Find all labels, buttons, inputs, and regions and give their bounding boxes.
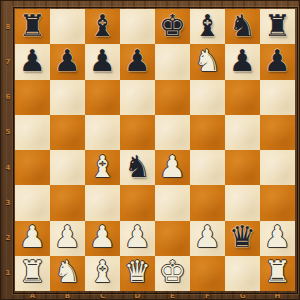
rank-label: 7: [6, 58, 11, 66]
rank-labels: 87654321: [1, 9, 15, 291]
square-e2[interactable]: [155, 221, 190, 256]
square-b6[interactable]: [50, 80, 85, 115]
piece-black-rook[interactable]: ♜: [264, 11, 291, 41]
square-a3[interactable]: [15, 185, 50, 220]
piece-black-pawn[interactable]: ♟: [264, 46, 291, 76]
piece-black-pawn[interactable]: ♟: [124, 46, 151, 76]
file-label: B: [65, 292, 70, 300]
square-c2[interactable]: ♟: [85, 221, 120, 256]
file-label: D: [135, 292, 141, 300]
square-b2[interactable]: ♟: [50, 221, 85, 256]
piece-white-knight[interactable]: ♞: [194, 46, 221, 76]
file-label: F: [205, 292, 210, 300]
square-f7[interactable]: ♞: [190, 44, 225, 79]
square-e4[interactable]: ♟: [155, 150, 190, 185]
piece-white-pawn[interactable]: ♟: [124, 222, 151, 252]
square-g4[interactable]: [225, 150, 260, 185]
piece-black-queen[interactable]: ♛: [229, 222, 256, 252]
square-b8[interactable]: [50, 9, 85, 44]
square-f2[interactable]: ♟: [190, 221, 225, 256]
piece-black-knight[interactable]: ♞: [229, 11, 256, 41]
piece-black-king[interactable]: ♚: [159, 11, 186, 41]
file-label: G: [240, 292, 246, 300]
file-label: C: [100, 292, 105, 300]
piece-white-bishop[interactable]: ♝: [89, 152, 116, 182]
square-f8[interactable]: ♝: [190, 9, 225, 44]
square-h6[interactable]: [260, 80, 295, 115]
piece-white-pawn[interactable]: ♟: [19, 222, 46, 252]
square-b3[interactable]: [50, 185, 85, 220]
piece-black-pawn[interactable]: ♟: [89, 46, 116, 76]
square-g8[interactable]: ♞: [225, 9, 260, 44]
square-g1[interactable]: [225, 256, 260, 291]
square-d6[interactable]: [120, 80, 155, 115]
square-f4[interactable]: [190, 150, 225, 185]
square-b4[interactable]: [50, 150, 85, 185]
piece-black-pawn[interactable]: ♟: [54, 46, 81, 76]
square-h7[interactable]: ♟: [260, 44, 295, 79]
square-f6[interactable]: [190, 80, 225, 115]
piece-white-queen[interactable]: ♛: [124, 257, 151, 287]
square-f1[interactable]: [190, 256, 225, 291]
square-h4[interactable]: [260, 150, 295, 185]
rank-label: 8: [6, 23, 11, 31]
square-a1[interactable]: ♜: [15, 256, 50, 291]
piece-black-pawn[interactable]: ♟: [19, 46, 46, 76]
piece-white-knight[interactable]: ♞: [54, 257, 81, 287]
square-a2[interactable]: ♟: [15, 221, 50, 256]
piece-white-pawn[interactable]: ♟: [89, 222, 116, 252]
square-e7[interactable]: [155, 44, 190, 79]
piece-white-king[interactable]: ♚: [159, 257, 186, 287]
piece-white-pawn[interactable]: ♟: [54, 222, 81, 252]
rank-label: 3: [6, 199, 11, 207]
rank-label: 5: [6, 128, 11, 136]
rank-label: 2: [6, 234, 11, 242]
square-a7[interactable]: ♟: [15, 44, 50, 79]
piece-black-bishop[interactable]: ♝: [194, 11, 221, 41]
square-b7[interactable]: ♟: [50, 44, 85, 79]
square-h1[interactable]: ♜: [260, 256, 295, 291]
square-b1[interactable]: ♞: [50, 256, 85, 291]
chess-board-frame: 87654321 ABCDEFGH ♜♝♚♝♞♜♟♟♟♟♞♟♟♝♞♟♟♟♟♟♟♛…: [0, 0, 300, 300]
file-label: E: [170, 292, 175, 300]
square-c3[interactable]: [85, 185, 120, 220]
square-g6[interactable]: [225, 80, 260, 115]
square-d4[interactable]: ♞: [120, 150, 155, 185]
square-h5[interactable]: [260, 115, 295, 150]
square-f5[interactable]: [190, 115, 225, 150]
square-g7[interactable]: ♟: [225, 44, 260, 79]
square-c6[interactable]: [85, 80, 120, 115]
piece-white-pawn[interactable]: ♟: [194, 222, 221, 252]
piece-white-rook[interactable]: ♜: [19, 257, 46, 287]
piece-white-pawn[interactable]: ♟: [159, 152, 186, 182]
file-label: A: [30, 292, 35, 300]
square-h8[interactable]: ♜: [260, 9, 295, 44]
file-label: H: [275, 292, 281, 300]
square-h3[interactable]: [260, 185, 295, 220]
square-e8[interactable]: ♚: [155, 9, 190, 44]
square-e3[interactable]: [155, 185, 190, 220]
square-d8[interactable]: [120, 9, 155, 44]
square-g5[interactable]: [225, 115, 260, 150]
square-c8[interactable]: ♝: [85, 9, 120, 44]
square-g2[interactable]: ♛: [225, 221, 260, 256]
square-d2[interactable]: ♟: [120, 221, 155, 256]
square-d1[interactable]: ♛: [120, 256, 155, 291]
square-c4[interactable]: ♝: [85, 150, 120, 185]
square-a6[interactable]: [15, 80, 50, 115]
rank-label: 6: [6, 93, 11, 101]
piece-white-bishop[interactable]: ♝: [89, 257, 116, 287]
square-d3[interactable]: [120, 185, 155, 220]
piece-black-bishop[interactable]: ♝: [89, 11, 116, 41]
square-h2[interactable]: ♟: [260, 221, 295, 256]
piece-black-pawn[interactable]: ♟: [229, 46, 256, 76]
square-a8[interactable]: ♜: [15, 9, 50, 44]
rank-label: 1: [6, 269, 11, 277]
piece-black-rook[interactable]: ♜: [19, 11, 46, 41]
square-b5[interactable]: [50, 115, 85, 150]
chess-board: ♜♝♚♝♞♜♟♟♟♟♞♟♟♝♞♟♟♟♟♟♟♛♟♜♞♝♛♚♜: [15, 9, 295, 291]
piece-white-pawn[interactable]: ♟: [264, 222, 291, 252]
file-labels: ABCDEFGH: [15, 291, 295, 300]
rank-label: 4: [6, 164, 11, 172]
square-e1[interactable]: ♚: [155, 256, 190, 291]
square-a5[interactable]: [15, 115, 50, 150]
square-f3[interactable]: [190, 185, 225, 220]
piece-white-rook[interactable]: ♜: [264, 257, 291, 287]
square-d7[interactable]: ♟: [120, 44, 155, 79]
square-g3[interactable]: [225, 185, 260, 220]
square-c5[interactable]: [85, 115, 120, 150]
square-c1[interactable]: ♝: [85, 256, 120, 291]
square-e6[interactable]: [155, 80, 190, 115]
square-c7[interactable]: ♟: [85, 44, 120, 79]
square-d5[interactable]: [120, 115, 155, 150]
piece-black-knight[interactable]: ♞: [124, 152, 151, 182]
square-e5[interactable]: [155, 115, 190, 150]
square-a4[interactable]: [15, 150, 50, 185]
